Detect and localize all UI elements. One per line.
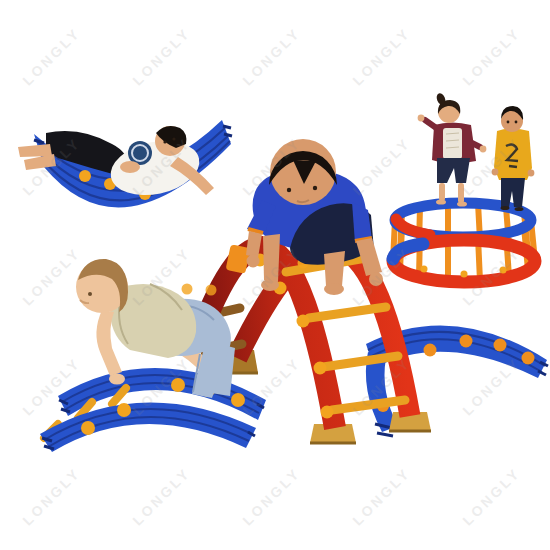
boy-standing-eye — [507, 121, 510, 124]
product-photo: LONGLY LONGLY LONGLY LONGLY LONGLY LONGL… — [0, 0, 550, 550]
watermark-text: LONGLY — [19, 464, 83, 528]
boy-standing-right-foot — [515, 207, 524, 211]
boy-standing-pants — [501, 178, 525, 207]
watermark-text: LONGLY — [239, 464, 303, 528]
toddler-eye — [88, 292, 92, 296]
girl-right-hand — [480, 146, 487, 153]
girl-left-shin — [439, 183, 445, 201]
boy-standing-right-hand — [528, 170, 535, 177]
play-set-illustration: LONGLY LONGLY LONGLY LONGLY LONGLY LONGL… — [0, 0, 550, 550]
girl-left-hand — [418, 115, 425, 122]
watermark-text: LONGLY — [459, 464, 523, 528]
girl-vest — [443, 128, 462, 159]
girl-capris — [437, 158, 470, 183]
toddler-near-hand — [109, 374, 125, 385]
boy-standing-eye — [515, 121, 518, 124]
girl-right-foot — [457, 201, 467, 206]
child-lying-hand — [120, 161, 140, 173]
child-lying-eye — [163, 140, 166, 143]
watermark-text: LONGLY — [459, 24, 523, 88]
boy-climbing-eye — [287, 188, 291, 192]
arch-apex-plate — [226, 244, 251, 274]
watermark-text: LONGLY — [19, 24, 83, 88]
boy-left-hand — [247, 255, 260, 268]
watermark-text: LONGLY — [19, 244, 83, 308]
watermark-text: LONGLY — [239, 24, 303, 88]
boy-right-foot — [324, 283, 344, 295]
girl-left-foot — [436, 199, 446, 204]
watermark-text: LONGLY — [349, 134, 413, 198]
watermark-text: LONGLY — [459, 354, 523, 418]
watermark-text: LONGLY — [349, 464, 413, 528]
boy-right-shin — [324, 251, 345, 286]
watermark-text: LONGLY — [349, 24, 413, 88]
boy-standing-left-foot — [501, 206, 510, 210]
boy-climbing-eye — [313, 186, 317, 190]
watermark-text: LONGLY — [129, 24, 193, 88]
watermark-text: LONGLY — [129, 464, 193, 528]
